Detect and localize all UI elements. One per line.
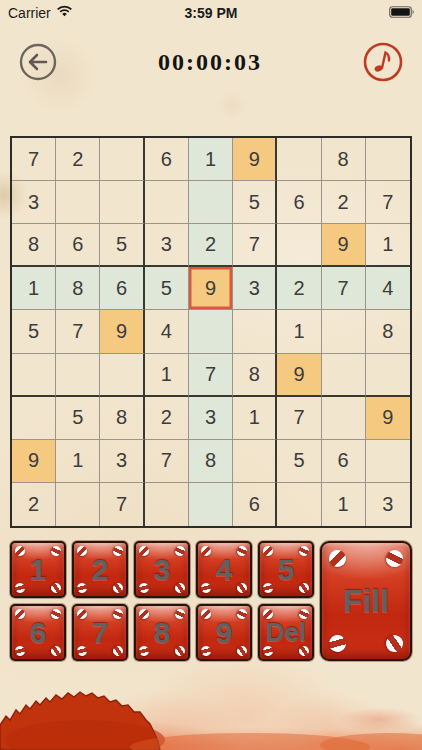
wifi-icon [56,5,73,21]
clock-label: 3:59 PM [185,5,238,21]
music-note-circle-icon [362,71,404,86]
board-cell-r1c8[interactable]: 8 [322,138,366,181]
board-cell-r6c8[interactable] [322,354,366,397]
screw-icon [15,609,25,619]
board-cell-r1c9[interactable] [366,138,410,181]
board-cell-r8c2[interactable]: 1 [56,440,100,483]
board-cell-r5c4[interactable]: 4 [145,310,189,353]
board-cell-r9c3[interactable]: 7 [100,483,144,526]
board-cell-r5c5[interactable] [189,310,233,353]
board-cell-r2c1[interactable]: 3 [12,181,56,224]
screw-icon [77,609,87,619]
board-cell-r5c9[interactable]: 8 [366,310,410,353]
board-cell-r3c2[interactable]: 6 [56,224,100,267]
board-cell-r1c4[interactable]: 6 [145,138,189,181]
sudoku-app: Carrier 3:59 PM [0,0,422,750]
board-cell-r2c3[interactable] [100,181,144,224]
board-cell-r7c2[interactable]: 5 [56,397,100,440]
board-cell-r6c1[interactable] [12,354,56,397]
keypad: 123456789Del Fill [10,541,412,661]
board-cell-r6c2[interactable] [56,354,100,397]
board-cell-r9c8[interactable]: 1 [322,483,366,526]
key-2[interactable]: 2 [72,541,128,598]
key-6[interactable]: 6 [10,604,66,661]
board-cell-r6c7[interactable]: 9 [277,354,321,397]
board-cell-r1c6[interactable]: 9 [233,138,277,181]
board-cell-r1c7[interactable] [277,138,321,181]
screw-icon [329,550,346,567]
screw-icon [139,609,149,619]
board-cell-r9c2[interactable] [56,483,100,526]
screw-icon [201,546,211,556]
board-cell-r2c4[interactable] [145,181,189,224]
board-cell-r3c7[interactable] [277,224,321,267]
board-cell-r7c5[interactable]: 3 [189,397,233,440]
back-button[interactable] [18,42,58,82]
board-cell-r3c3[interactable]: 5 [100,224,144,267]
board-cell-r5c1[interactable]: 5 [12,310,56,353]
screw-icon [263,609,273,619]
board-cell-r9c7[interactable] [277,483,321,526]
board-cell-r7c3[interactable]: 8 [100,397,144,440]
header: 00:00:03 [0,40,422,84]
board-cell-r4c2[interactable]: 8 [56,267,100,310]
board-cell-r4c8[interactable]: 7 [322,267,366,310]
board-cell-r5c2[interactable]: 7 [56,310,100,353]
board-cell-r5c8[interactable] [322,310,366,353]
board-cell-r7c1[interactable] [12,397,56,440]
key-3[interactable]: 3 [134,541,190,598]
key-9[interactable]: 9 [196,604,252,661]
board-cell-r9c5[interactable] [189,483,233,526]
board-cell-r3c8[interactable]: 9 [322,224,366,267]
board-cell-r6c5[interactable]: 7 [189,354,233,397]
board-cell-r2c7[interactable]: 6 [277,181,321,224]
screw-icon [15,546,25,556]
board-cell-r3c9[interactable]: 1 [366,224,410,267]
board-cell-r1c5[interactable]: 1 [189,138,233,181]
screw-icon [139,546,149,556]
board-cell-r3c1[interactable]: 8 [12,224,56,267]
board-cell-r4c7[interactable]: 2 [277,267,321,310]
back-arrow-circle-icon [18,70,58,85]
sudoku-board: 7261983562786532791186593274579418178958… [10,136,412,528]
board-cell-r4c5[interactable]: 9 [189,267,233,310]
board-cell-r5c3[interactable]: 9 [100,310,144,353]
status-bar: Carrier 3:59 PM [0,0,422,24]
board-cell-r8c8[interactable]: 6 [322,440,366,483]
sound-button[interactable] [362,41,404,83]
key-1[interactable]: 1 [10,541,66,598]
board-cell-r4c9[interactable]: 4 [366,267,410,310]
screw-icon [201,609,211,619]
board-cell-r2c9[interactable]: 7 [366,181,410,224]
board-cell-r7c9[interactable]: 9 [366,397,410,440]
board-cell-r8c9[interactable] [366,440,410,483]
board-cell-r7c4[interactable]: 2 [145,397,189,440]
board-cell-r3c4[interactable]: 3 [145,224,189,267]
board-cell-r4c3[interactable]: 6 [100,267,144,310]
board-cell-r8c1[interactable]: 9 [12,440,56,483]
key-4[interactable]: 4 [196,541,252,598]
board-cell-r5c6[interactable] [233,310,277,353]
board-cell-r9c9[interactable]: 3 [366,483,410,526]
fill-button[interactable]: Fill [320,541,412,661]
board-cell-r6c9[interactable] [366,354,410,397]
board-cell-r2c5[interactable] [189,181,233,224]
key-7[interactable]: 7 [72,604,128,661]
carrier-label: Carrier [8,5,51,21]
board-cell-r1c1[interactable]: 7 [12,138,56,181]
battery-full-icon [389,5,414,21]
board-cell-r4c6[interactable]: 3 [233,267,277,310]
board-cell-r7c7[interactable]: 7 [277,397,321,440]
board-cell-r6c6[interactable]: 8 [233,354,277,397]
board-cell-r8c6[interactable] [233,440,277,483]
board-cell-r8c4[interactable]: 7 [145,440,189,483]
board-cell-r9c1[interactable]: 2 [12,483,56,526]
board-cell-r3c5[interactable]: 2 [189,224,233,267]
board-cell-r8c7[interactable]: 5 [277,440,321,483]
board-cell-r7c8[interactable] [322,397,366,440]
board-cell-r4c4[interactable]: 5 [145,267,189,310]
board-cell-r7c6[interactable]: 1 [233,397,277,440]
board-cell-r6c4[interactable]: 1 [145,354,189,397]
board-cell-r6c3[interactable] [100,354,144,397]
screw-icon [77,546,87,556]
key-5[interactable]: 5 [258,541,314,598]
board-cell-r1c3[interactable] [100,138,144,181]
board-cell-r5c7[interactable]: 1 [277,310,321,353]
board-cell-r4c1[interactable]: 1 [12,267,56,310]
board-cell-r2c6[interactable]: 5 [233,181,277,224]
game-timer: 00:00:03 [158,49,262,76]
board-cell-r3c6[interactable]: 7 [233,224,277,267]
board-cell-r2c8[interactable]: 2 [322,181,366,224]
board-cell-r2c2[interactable] [56,181,100,224]
board-cell-r9c4[interactable] [145,483,189,526]
board-cell-r9c6[interactable]: 6 [233,483,277,526]
key-del[interactable]: Del [258,604,314,661]
board-cell-r1c2[interactable]: 2 [56,138,100,181]
board-cell-r8c5[interactable]: 8 [189,440,233,483]
board-cell-r8c3[interactable]: 3 [100,440,144,483]
key-8[interactable]: 8 [134,604,190,661]
screw-icon [263,546,273,556]
